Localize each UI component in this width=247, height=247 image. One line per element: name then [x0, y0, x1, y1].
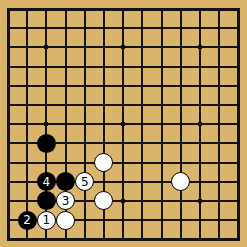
hoshi-point [198, 199, 202, 203]
go-diagram: 45321 [0, 0, 247, 247]
hoshi-point [198, 122, 202, 126]
black-stone[interactable] [37, 134, 56, 153]
white-stone[interactable] [94, 153, 113, 172]
white-stone[interactable] [171, 172, 190, 191]
white-stone[interactable]: 5 [75, 172, 94, 191]
stone-move-number: 1 [43, 214, 51, 226]
hoshi-point [198, 45, 202, 49]
stone-move-number: 2 [23, 214, 31, 226]
black-stone[interactable]: 2 [18, 211, 37, 230]
stone-move-number: 3 [62, 195, 70, 207]
go-board[interactable]: 45321 [0, 0, 247, 247]
white-stone[interactable]: 1 [37, 211, 56, 230]
white-stone[interactable] [94, 191, 113, 210]
stone-move-number: 5 [81, 176, 89, 188]
hoshi-point [121, 45, 125, 49]
hoshi-point [44, 122, 48, 126]
hoshi-point [121, 199, 125, 203]
hoshi-point [44, 45, 48, 49]
stone-move-number: 4 [43, 176, 51, 188]
black-stone[interactable] [56, 172, 75, 191]
hoshi-point [121, 122, 125, 126]
black-stone[interactable]: 4 [37, 172, 56, 191]
black-stone[interactable] [37, 191, 56, 210]
white-stone[interactable]: 3 [56, 191, 75, 210]
white-stone[interactable] [56, 211, 75, 230]
